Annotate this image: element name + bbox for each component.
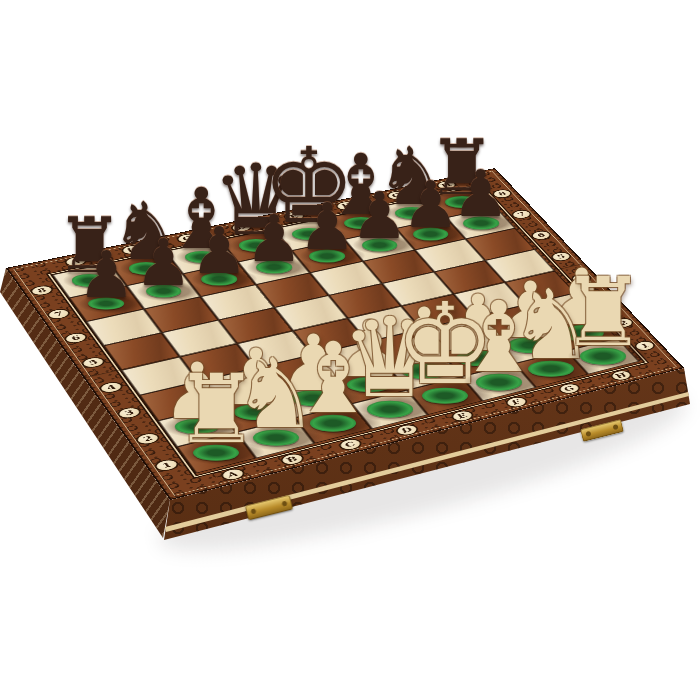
rank-label-right-2: 2	[610, 316, 636, 329]
rank-label-left-7: 7	[45, 307, 73, 320]
file-label-top-g: G	[384, 190, 409, 201]
rank-label-right-5: 5	[548, 250, 573, 262]
rank-label-right-4: 4	[569, 272, 595, 284]
file-label-bottom-a: A	[218, 467, 247, 482]
file-label-top-c: C	[174, 232, 200, 244]
file-label-top-a: A	[62, 255, 89, 268]
rank-label-left-5: 5	[79, 355, 107, 369]
rank-label-left-4: 4	[97, 380, 126, 394]
file-label-bottom-d: D	[393, 423, 421, 438]
rank-label-right-7: 7	[509, 208, 534, 219]
file-label-top-f: F	[333, 200, 358, 212]
rank-label-right-8: 8	[490, 188, 515, 199]
rank-label-left-1: 1	[152, 457, 181, 472]
file-label-bottom-f: F	[502, 395, 529, 409]
file-label-bottom-h: H	[607, 369, 634, 382]
rank-label-left-3: 3	[115, 405, 144, 420]
rank-label-right-1: 1	[632, 339, 658, 352]
file-label-bottom-g: G	[556, 382, 583, 396]
file-label-top-d: D	[228, 221, 254, 233]
file-label-top-h: H	[434, 180, 459, 191]
rank-label-left-6: 6	[62, 331, 90, 345]
rank-label-left-2: 2	[133, 431, 162, 446]
rank-label-left-8: 8	[28, 284, 55, 297]
file-label-top-b: B	[119, 244, 146, 256]
rank-label-right-3: 3	[589, 294, 615, 306]
chess-set-photo: 8877665544332211AABBCCDDEEFFGGHH ♜♞♝♛♚♝♞…	[0, 0, 700, 700]
file-label-top-e: E	[281, 211, 307, 223]
file-label-bottom-b: B	[278, 452, 307, 467]
file-label-bottom-c: C	[336, 437, 364, 452]
rank-label-right-6: 6	[528, 229, 553, 241]
file-label-bottom-e: E	[448, 409, 476, 423]
